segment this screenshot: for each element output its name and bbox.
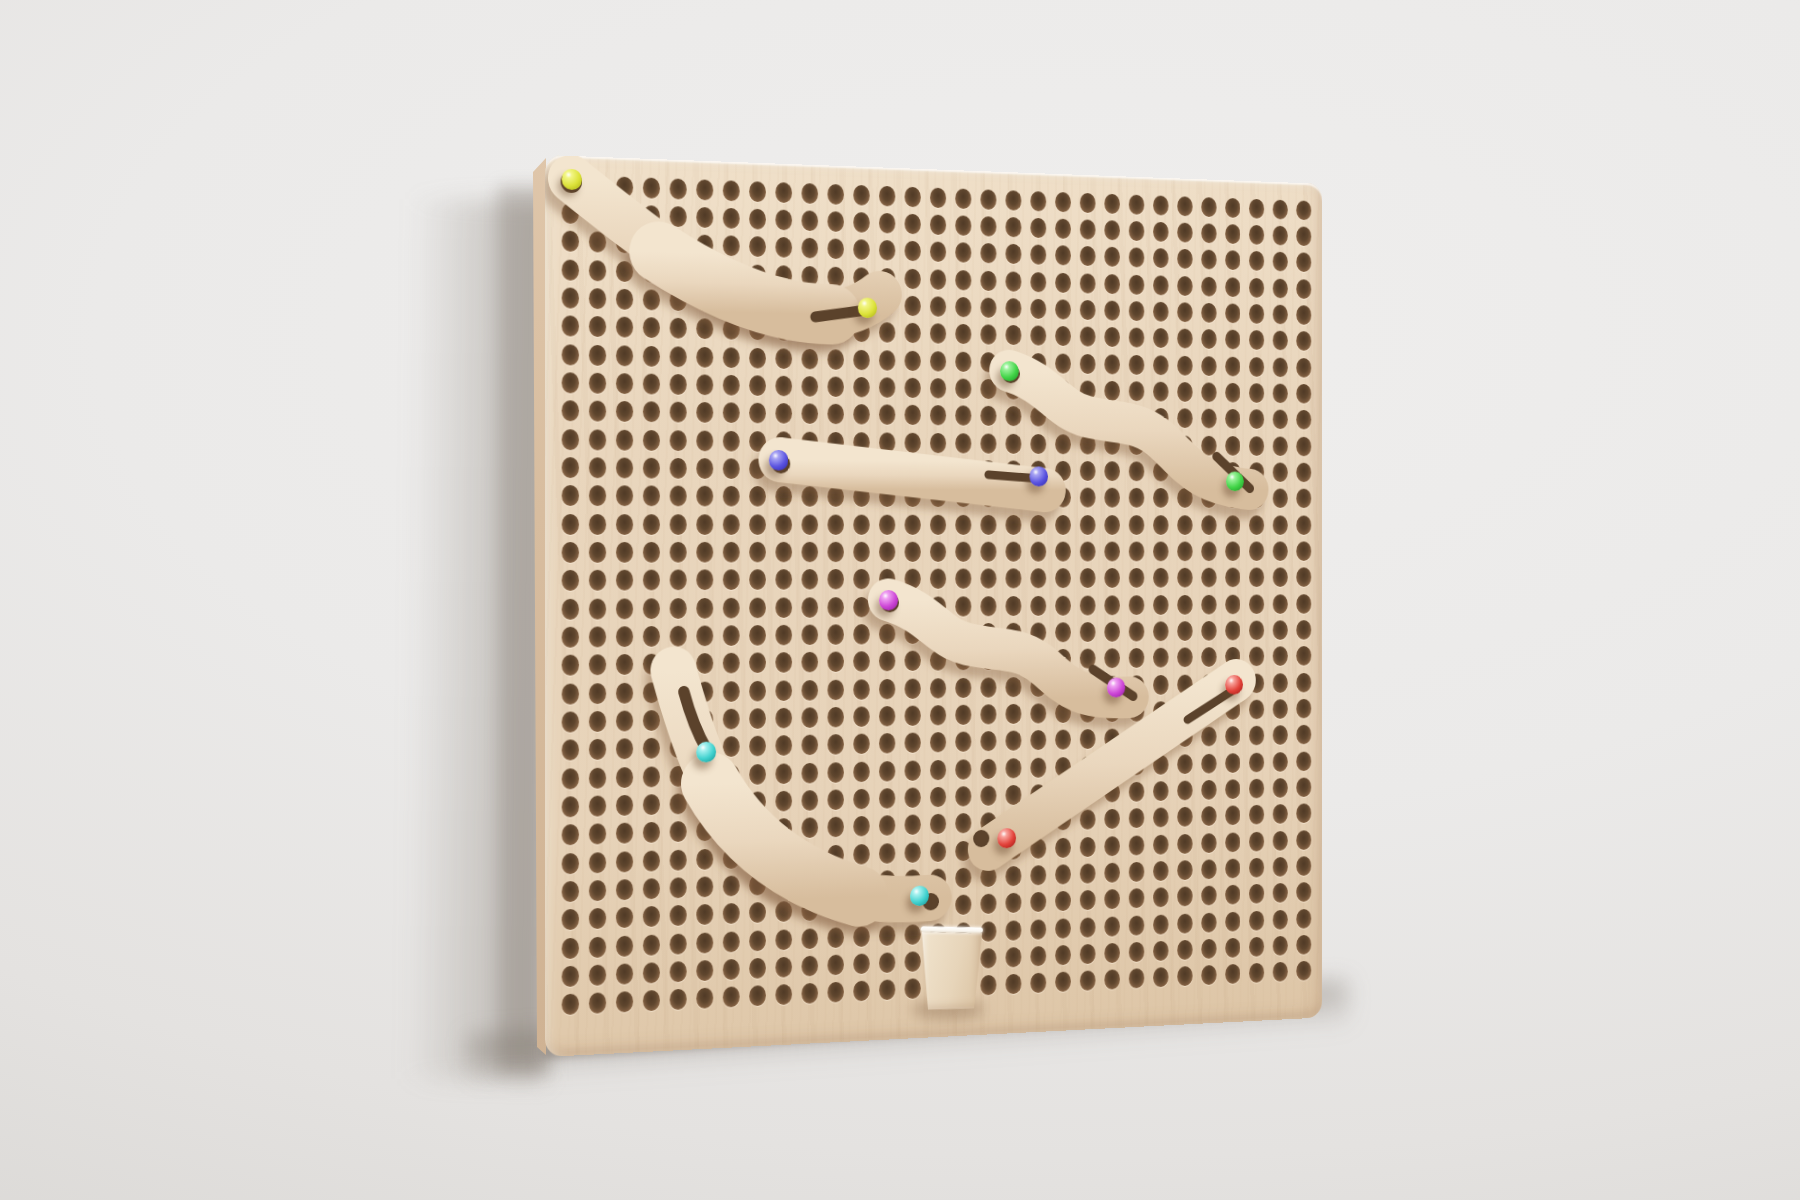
marble-red-start[interactable]	[1225, 674, 1243, 694]
marble-blue-start[interactable]	[768, 449, 788, 470]
ramps	[571, 179, 1249, 912]
marble-green-start[interactable]	[1000, 361, 1019, 381]
marble-cyan-end[interactable]	[909, 885, 928, 906]
catch-cup	[921, 926, 983, 1012]
ramp-shadows	[565, 189, 1244, 922]
pegboard	[545, 155, 1322, 1057]
marble-yellow-end[interactable]	[857, 297, 876, 318]
marble-purple-start[interactable]	[878, 590, 897, 610]
marble-purple-end[interactable]	[1107, 677, 1125, 697]
marble-green-end[interactable]	[1226, 471, 1244, 491]
ramp-6-belly	[710, 779, 859, 902]
marble-yellow-start[interactable]	[561, 168, 581, 190]
ramp-layer	[545, 155, 1322, 1057]
marble-cyan-start[interactable]	[696, 741, 716, 762]
marble-blue-end[interactable]	[1029, 466, 1048, 486]
marble-red-end[interactable]	[997, 827, 1016, 848]
scene	[0, 0, 1800, 1200]
ramp-slots	[684, 306, 1250, 750]
